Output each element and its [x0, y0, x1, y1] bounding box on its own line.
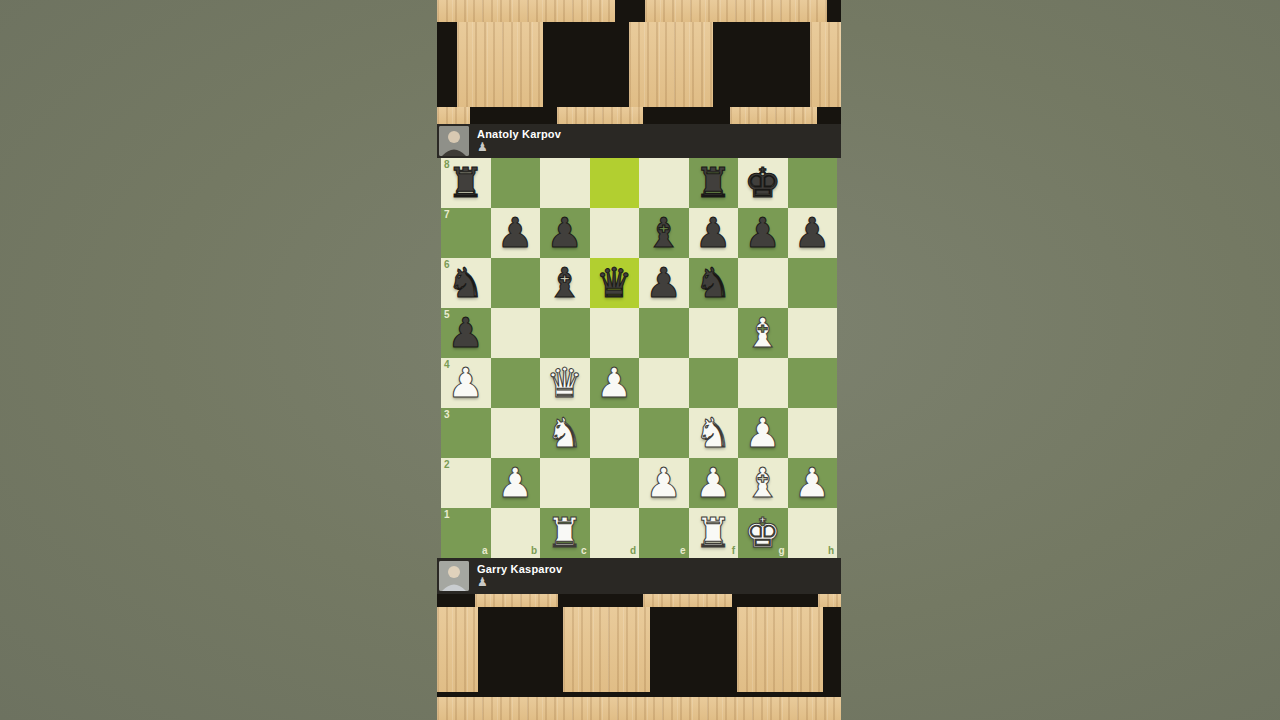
dark-square-photo [817, 107, 841, 124]
white-queen[interactable]: ♛ [540, 358, 590, 408]
square-g4[interactable] [738, 358, 788, 408]
wood-square [645, 0, 827, 22]
dark-square-photo [713, 22, 810, 107]
square-c8[interactable] [540, 158, 590, 208]
wood-square [437, 697, 841, 720]
rank-label-6: 6 [444, 260, 450, 270]
square-a3[interactable]: 3 [441, 408, 491, 458]
square-d8[interactable] [590, 158, 640, 208]
square-h4[interactable] [788, 358, 838, 408]
white-pawn[interactable]: ♟ [639, 458, 689, 508]
square-a4[interactable]: 4♟ [441, 358, 491, 408]
square-f3[interactable]: ♞ [689, 408, 739, 458]
black-pawn[interactable]: ♟ [639, 258, 689, 308]
square-e3[interactable] [639, 408, 689, 458]
wood-square [557, 107, 643, 124]
file-label-h: h [828, 546, 834, 556]
dark-square-photo [827, 0, 841, 22]
wood-square [475, 594, 558, 607]
square-e8[interactable] [639, 158, 689, 208]
wood-board-photo-bottom [437, 594, 841, 720]
pawn-icon: ♟ [477, 576, 562, 588]
player-avatar-top [439, 126, 469, 156]
white-bishop[interactable]: ♝ [738, 308, 788, 358]
square-d5[interactable] [590, 308, 640, 358]
file-label-e: e [680, 546, 686, 556]
rank-label-2: 2 [444, 460, 450, 470]
square-g5[interactable]: ♝ [738, 308, 788, 358]
square-h2[interactable]: ♟ [788, 458, 838, 508]
dark-square-photo [470, 107, 557, 124]
square-a2[interactable]: 2 [441, 458, 491, 508]
square-c4[interactable]: ♛ [540, 358, 590, 408]
square-d2[interactable] [590, 458, 640, 508]
dark-square-photo [643, 107, 730, 124]
square-h1[interactable]: h [788, 508, 838, 558]
rank-label-1: 1 [444, 510, 450, 520]
square-g2[interactable]: ♝ [738, 458, 788, 508]
file-label-g: g [778, 546, 784, 556]
wood-square [643, 594, 732, 607]
square-a7[interactable]: 7 [441, 208, 491, 258]
black-pawn[interactable]: ♟ [788, 208, 838, 258]
wood-row [437, 0, 841, 22]
rank-label-8: 8 [444, 160, 450, 170]
square-a1[interactable]: 1a [441, 508, 491, 558]
wood-square [563, 607, 650, 692]
player-name-bottom: Garry Kasparov [477, 564, 562, 575]
chess-board: 8♜♜♚7♟♟♝♟♟♟6♞♝♛♟♞5♟♝4♟♛♟3♞♞♟2♟♟♟♝♟1abc♜d… [441, 158, 837, 558]
square-g7[interactable]: ♟ [738, 208, 788, 258]
black-pawn[interactable]: ♟ [738, 208, 788, 258]
player-avatar-bottom [439, 561, 469, 591]
dark-square-photo [437, 594, 475, 607]
square-e1[interactable]: e [639, 508, 689, 558]
rank-label-5: 5 [444, 310, 450, 320]
player-bar-bottom: Garry Kasparov ♟ [437, 558, 841, 594]
wood-row [437, 107, 841, 124]
wood-row [437, 697, 841, 720]
square-g8[interactable]: ♚ [738, 158, 788, 208]
player-bar-top: Anatoly Karpov ♟ [437, 124, 841, 158]
square-g1[interactable]: g♚ [738, 508, 788, 558]
square-h3[interactable] [788, 408, 838, 458]
black-pawn[interactable]: ♟ [689, 208, 739, 258]
dark-square-photo [437, 22, 457, 107]
square-f8[interactable]: ♜ [689, 158, 739, 208]
dark-square-photo [615, 0, 645, 22]
dark-square-photo [823, 607, 841, 692]
square-d7[interactable] [590, 208, 640, 258]
black-pawn[interactable]: ♟ [540, 208, 590, 258]
wood-square [730, 107, 817, 124]
pawn-icon: ♟ [477, 141, 561, 153]
square-e7[interactable]: ♝ [639, 208, 689, 258]
square-c6[interactable]: ♝ [540, 258, 590, 308]
square-h6[interactable] [788, 258, 838, 308]
wood-square [810, 22, 841, 107]
square-f7[interactable]: ♟ [689, 208, 739, 258]
dark-square-photo [650, 607, 737, 692]
wood-board-photo-top [437, 0, 841, 124]
square-f5[interactable] [689, 308, 739, 358]
white-rook[interactable]: ♜ [689, 508, 739, 558]
wood-square [818, 594, 841, 607]
square-b6[interactable] [491, 258, 541, 308]
white-pawn[interactable]: ♟ [738, 408, 788, 458]
square-d4[interactable]: ♟ [590, 358, 640, 408]
square-e4[interactable] [639, 358, 689, 408]
black-pawn[interactable]: ♟ [491, 208, 541, 258]
square-f4[interactable] [689, 358, 739, 408]
wood-square [437, 0, 615, 22]
page-background: Anatoly Karpov ♟ 8♜♜♚7♟♟♝♟♟♟6♞♝♛♟♞5♟♝4♟♛… [0, 0, 1280, 720]
square-b4[interactable] [491, 358, 541, 408]
square-f2[interactable]: ♟ [689, 458, 739, 508]
file-label-d: d [630, 546, 636, 556]
white-bishop[interactable]: ♝ [738, 458, 788, 508]
square-b1[interactable]: b [491, 508, 541, 558]
file-label-c: c [581, 546, 587, 556]
black-bishop[interactable]: ♝ [540, 258, 590, 308]
square-b3[interactable] [491, 408, 541, 458]
rank-label-3: 3 [444, 410, 450, 420]
square-g3[interactable]: ♟ [738, 408, 788, 458]
square-c3[interactable]: ♞ [540, 408, 590, 458]
dark-square-photo [478, 607, 563, 692]
square-c1[interactable]: c♜ [540, 508, 590, 558]
square-e2[interactable]: ♟ [639, 458, 689, 508]
black-king[interactable]: ♚ [738, 158, 788, 208]
square-d1[interactable]: d [590, 508, 640, 558]
video-strip: Anatoly Karpov ♟ 8♜♜♚7♟♟♝♟♟♟6♞♝♛♟♞5♟♝4♟♛… [437, 0, 841, 720]
wood-square [437, 607, 478, 692]
wood-square [629, 22, 713, 107]
wood-row [437, 22, 841, 107]
file-label-a: a [482, 546, 488, 556]
white-pawn[interactable]: ♟ [689, 458, 739, 508]
square-e6[interactable]: ♟ [639, 258, 689, 308]
square-b2[interactable]: ♟ [491, 458, 541, 508]
square-b7[interactable]: ♟ [491, 208, 541, 258]
black-rook[interactable]: ♜ [689, 158, 739, 208]
white-pawn[interactable]: ♟ [590, 358, 640, 408]
dark-square-photo [732, 594, 818, 607]
avatar-silhouette-icon [439, 126, 469, 156]
square-c7[interactable]: ♟ [540, 208, 590, 258]
file-label-f: f [732, 546, 735, 556]
square-b8[interactable] [491, 158, 541, 208]
player-name-top: Anatoly Karpov [477, 129, 561, 140]
white-knight[interactable]: ♞ [689, 408, 739, 458]
square-a8[interactable]: 8♜ [441, 158, 491, 208]
wood-row [437, 594, 841, 607]
avatar-silhouette-icon [439, 561, 469, 591]
rank-label-4: 4 [444, 360, 450, 370]
square-a5[interactable]: 5♟ [441, 308, 491, 358]
square-f1[interactable]: f♜ [689, 508, 739, 558]
black-queen[interactable]: ♛ [590, 258, 640, 308]
square-a6[interactable]: 6♞ [441, 258, 491, 308]
square-b5[interactable] [491, 308, 541, 358]
wood-square [437, 107, 470, 124]
white-pawn[interactable]: ♟ [491, 458, 541, 508]
square-f6[interactable]: ♞ [689, 258, 739, 308]
square-h7[interactable]: ♟ [788, 208, 838, 258]
rank-label-7: 7 [444, 210, 450, 220]
black-knight[interactable]: ♞ [689, 258, 739, 308]
square-c5[interactable] [540, 308, 590, 358]
square-g6[interactable] [738, 258, 788, 308]
square-e5[interactable] [639, 308, 689, 358]
file-label-b: b [531, 546, 537, 556]
square-d6[interactable]: ♛ [590, 258, 640, 308]
dark-square-photo [558, 594, 643, 607]
dark-square-photo [543, 22, 629, 107]
wood-row [437, 607, 841, 692]
square-c2[interactable] [540, 458, 590, 508]
square-h5[interactable] [788, 308, 838, 358]
white-pawn[interactable]: ♟ [788, 458, 838, 508]
black-bishop[interactable]: ♝ [639, 208, 689, 258]
wood-square [457, 22, 543, 107]
square-h8[interactable] [788, 158, 838, 208]
white-knight[interactable]: ♞ [540, 408, 590, 458]
wood-square [737, 607, 823, 692]
square-d3[interactable] [590, 408, 640, 458]
